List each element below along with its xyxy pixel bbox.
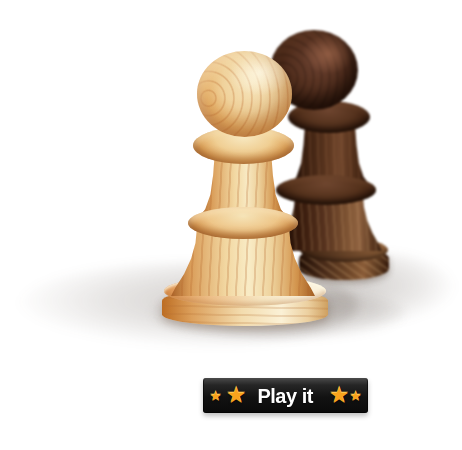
star-icon-left-small: ★ — [209, 389, 222, 403]
star-icon-right-large: ★ — [329, 384, 350, 407]
star-icon-right-small: ★ — [349, 389, 362, 403]
play-button[interactable]: ★ ★ Play it ★ ★ — [203, 378, 368, 413]
star-icon-left-large: ★ — [226, 384, 247, 407]
scene: ★ ★ Play it ★ ★ — [0, 0, 462, 450]
play-button-label: Play it — [258, 384, 313, 408]
white-pawn-ring — [188, 207, 298, 239]
white-pawn-head — [197, 51, 292, 137]
